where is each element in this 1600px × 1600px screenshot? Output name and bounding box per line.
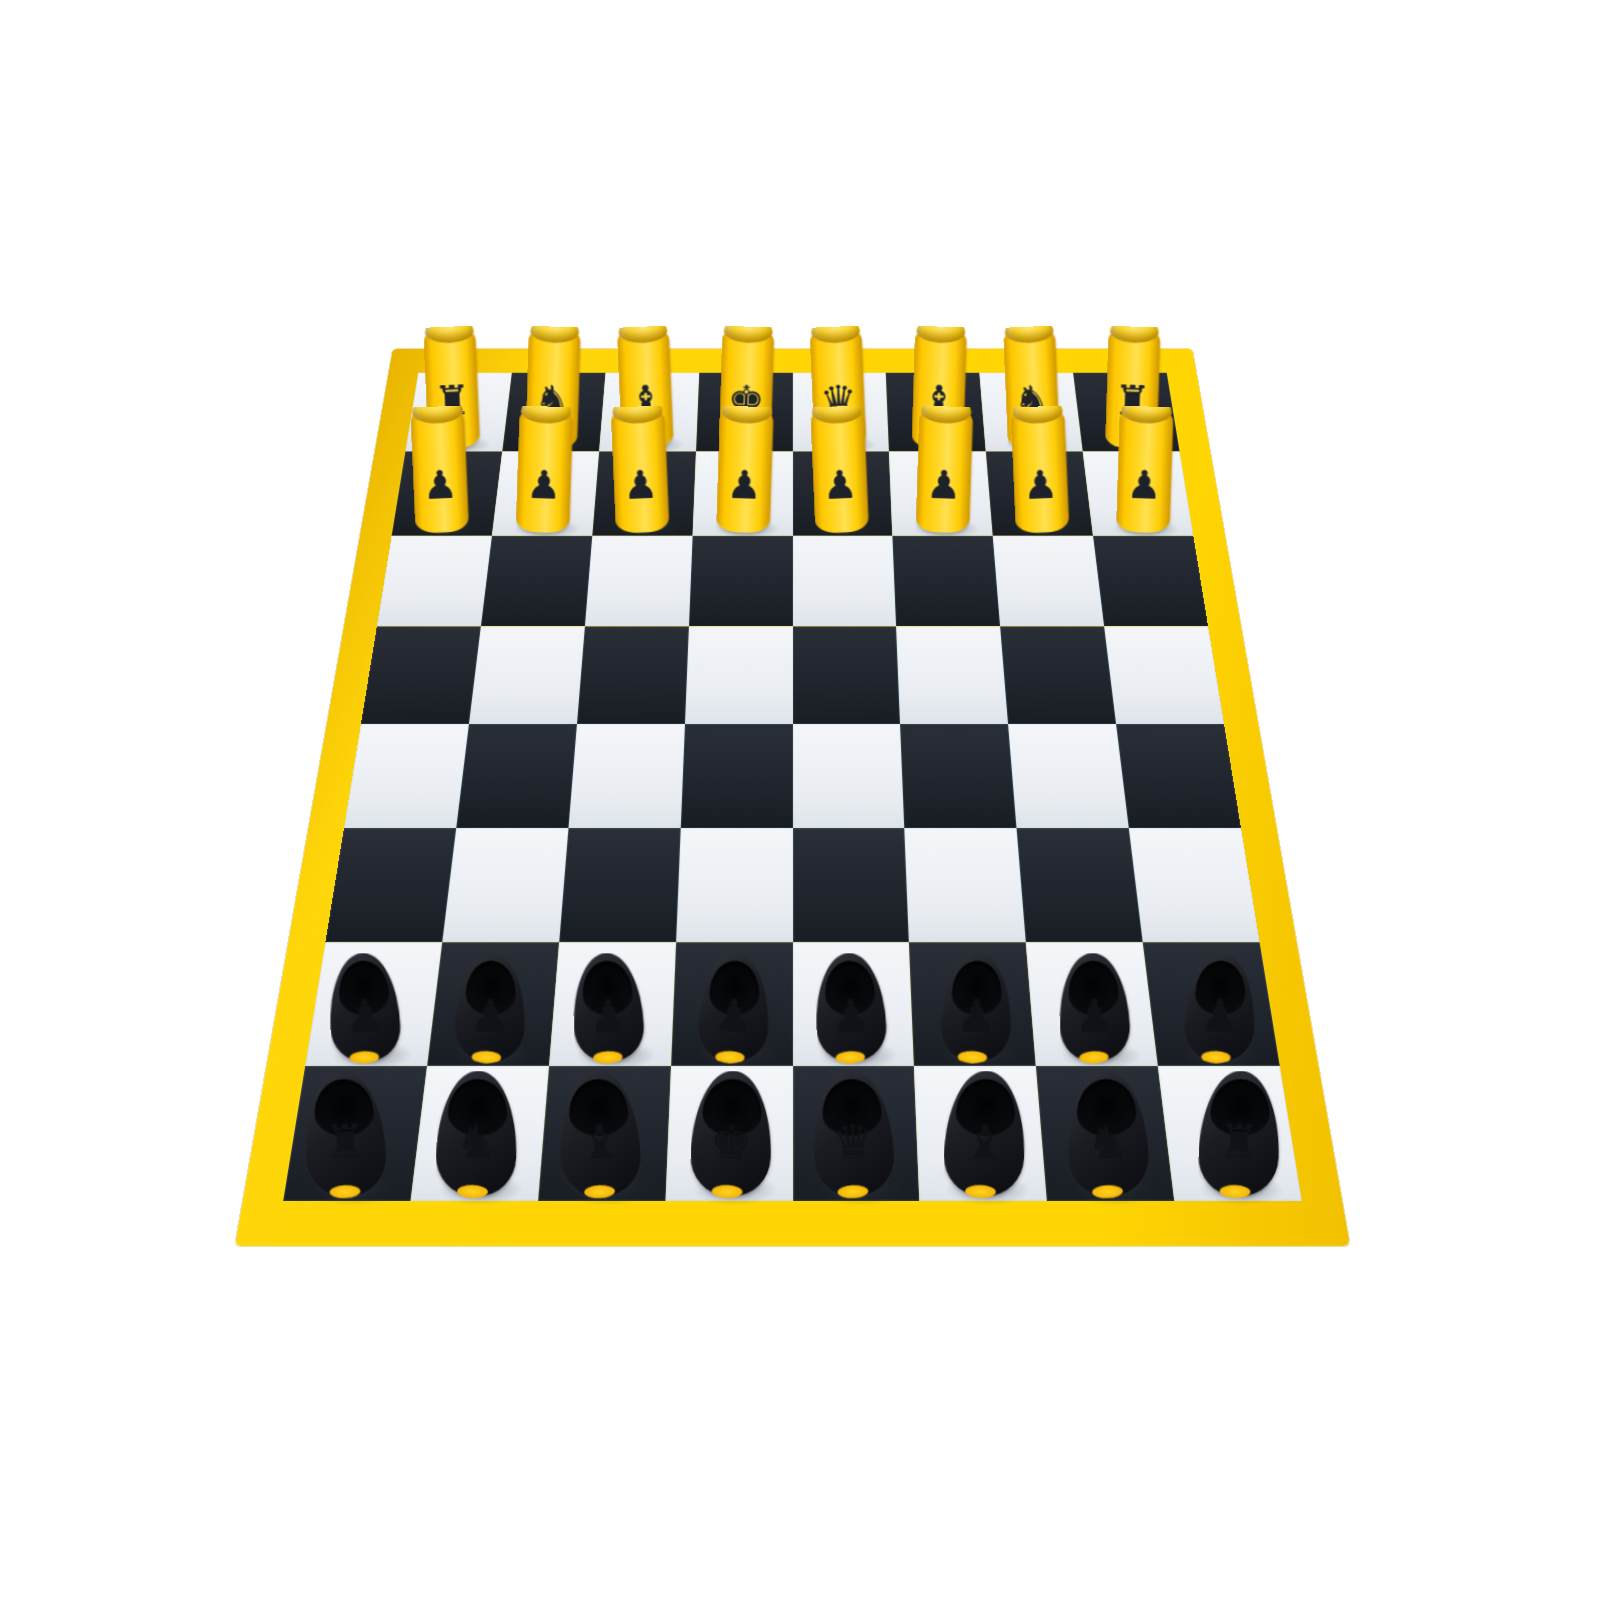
square-d6[interactable] (793, 829, 910, 943)
black-knight-glyph: ♞ (455, 1118, 499, 1166)
square-c6[interactable] (905, 829, 1026, 943)
piece-f2-white-pawn[interactable]: ♟ (610, 405, 669, 533)
square-b7[interactable]: ♟ (1026, 942, 1158, 1066)
square-h7[interactable]: ♟ (305, 942, 442, 1066)
square-f7[interactable]: ♟ (549, 942, 676, 1066)
white-pawn-glyph: ♟ (622, 465, 659, 505)
square-d2[interactable]: ♟ (793, 451, 893, 535)
piece-a7-black-pawn[interactable]: ♟ (1183, 952, 1256, 1062)
piece-d8-black-queen[interactable]: ♛ (811, 1069, 896, 1197)
square-g6[interactable] (442, 829, 568, 943)
square-e5[interactable] (680, 724, 792, 829)
square-h8[interactable]: ♜ (283, 1066, 427, 1201)
square-a8[interactable]: ♜ (1158, 1066, 1302, 1201)
square-g3[interactable] (481, 536, 592, 626)
piece-b2-white-pawn[interactable]: ♟ (1011, 405, 1070, 533)
square-g4[interactable] (469, 626, 585, 723)
square-a6[interactable] (1129, 829, 1260, 943)
square-g5[interactable] (456, 724, 577, 829)
piece-h8-black-rook[interactable]: ♜ (302, 1069, 387, 1197)
square-g2[interactable]: ♟ (492, 451, 599, 535)
square-h3[interactable] (377, 536, 492, 626)
square-a3[interactable] (1093, 536, 1208, 626)
black-bishop-glyph: ♝ (577, 1117, 621, 1166)
square-d7[interactable]: ♟ (793, 942, 915, 1066)
white-pawn-glyph: ♟ (1022, 465, 1059, 505)
square-b3[interactable] (993, 536, 1104, 626)
black-pawn-glyph: ♟ (1199, 994, 1241, 1040)
black-pawn-glyph: ♟ (344, 993, 386, 1040)
black-pawn-glyph: ♟ (955, 994, 997, 1040)
black-knight-glyph: ♞ (1086, 1117, 1130, 1166)
chess-board: ♜♞♝♚♛♝♞♜♟♟♟♟♟♟♟♟♟♟♟♟♟♟♟♟♜♞♝♚♛♝♞♜ (283, 373, 1302, 1201)
square-a7[interactable]: ♟ (1143, 942, 1280, 1066)
piece-e2-white-pawn[interactable]: ♟ (716, 405, 774, 533)
square-e3[interactable] (689, 536, 793, 626)
piece-f8-black-bishop[interactable]: ♝ (557, 1069, 642, 1197)
square-f8[interactable]: ♝ (538, 1066, 671, 1201)
piece-h2-white-pawn[interactable]: ♟ (410, 405, 469, 533)
square-c7[interactable]: ♟ (909, 942, 1036, 1066)
square-f6[interactable] (559, 829, 680, 943)
piece-g7-black-pawn[interactable]: ♟ (453, 952, 526, 1062)
black-pawn-glyph: ♟ (469, 994, 511, 1040)
white-pawn-glyph: ♟ (822, 465, 859, 505)
square-b2[interactable]: ♟ (986, 451, 1093, 535)
square-d4[interactable] (793, 626, 901, 723)
piece-f7-black-pawn[interactable]: ♟ (571, 952, 645, 1063)
piece-g2-white-pawn[interactable]: ♟ (515, 405, 573, 533)
square-d8[interactable]: ♛ (793, 1066, 920, 1201)
black-rook-glyph: ♜ (323, 1117, 367, 1166)
black-rook-glyph: ♜ (1217, 1118, 1261, 1166)
piece-b7-black-pawn[interactable]: ♟ (1057, 952, 1131, 1063)
square-c8[interactable]: ♝ (914, 1066, 1047, 1201)
square-e2[interactable]: ♟ (692, 451, 792, 535)
square-e4[interactable] (685, 626, 793, 723)
square-e8[interactable]: ♚ (665, 1066, 792, 1201)
piece-g8-black-knight[interactable]: ♞ (435, 1070, 519, 1197)
chess-mat-scene: ♜♞♝♚♛♝♞♜♟♟♟♟♟♟♟♟♟♟♟♟♟♟♟♟♜♞♝♚♛♝♞♜ (327, 258, 1258, 1189)
black-bishop-glyph: ♝ (963, 1118, 1007, 1166)
white-pawn-glyph: ♟ (926, 465, 962, 505)
square-a5[interactable] (1116, 724, 1241, 829)
piece-h7-black-pawn[interactable]: ♟ (327, 952, 401, 1063)
piece-e8-black-king[interactable]: ♚ (689, 1070, 773, 1197)
piece-d2-white-pawn[interactable]: ♟ (810, 405, 869, 533)
white-pawn-glyph: ♟ (1126, 465, 1162, 505)
black-pawn-glyph: ♟ (830, 993, 872, 1040)
square-b4[interactable] (1000, 626, 1116, 723)
square-e6[interactable] (676, 829, 793, 943)
piece-c2-white-pawn[interactable]: ♟ (916, 405, 974, 533)
piece-a8-black-rook[interactable]: ♜ (1197, 1070, 1281, 1197)
black-pawn-glyph: ♟ (587, 993, 629, 1040)
square-c5[interactable] (900, 724, 1016, 829)
square-h6[interactable] (325, 829, 456, 943)
piece-e7-black-pawn[interactable]: ♟ (697, 952, 770, 1062)
piece-c7-black-pawn[interactable]: ♟ (940, 952, 1013, 1062)
square-f4[interactable] (577, 626, 689, 723)
square-h5[interactable] (344, 724, 469, 829)
square-c3[interactable] (893, 536, 1001, 626)
black-pawn-glyph: ♟ (712, 994, 754, 1040)
chess-mat: ♜♞♝♚♛♝♞♜♟♟♟♟♟♟♟♟♟♟♟♟♟♟♟♟♜♞♝♚♛♝♞♜ (235, 349, 1350, 1246)
black-queen-glyph: ♛ (832, 1117, 876, 1166)
square-c4[interactable] (896, 626, 1008, 723)
white-pawn-glyph: ♟ (526, 465, 562, 505)
black-king-glyph: ♚ (709, 1118, 753, 1166)
square-e7[interactable]: ♟ (671, 942, 793, 1066)
square-f3[interactable] (585, 536, 693, 626)
square-c2[interactable]: ♟ (889, 451, 993, 535)
square-a2[interactable]: ♟ (1083, 451, 1194, 535)
square-h4[interactable] (361, 626, 481, 723)
square-f2[interactable]: ♟ (592, 451, 696, 535)
piece-a2-white-pawn[interactable]: ♟ (1116, 405, 1174, 533)
square-b6[interactable] (1017, 829, 1143, 943)
square-d5[interactable] (793, 724, 905, 829)
square-b5[interactable] (1008, 724, 1129, 829)
square-g8[interactable]: ♞ (410, 1066, 548, 1201)
white-pawn-glyph: ♟ (422, 465, 459, 505)
black-pawn-glyph: ♟ (1074, 993, 1116, 1040)
square-a4[interactable] (1104, 626, 1224, 723)
piece-b8-black-knight[interactable]: ♞ (1065, 1069, 1150, 1197)
square-h2[interactable]: ♟ (392, 451, 503, 535)
square-d3[interactable] (793, 536, 897, 626)
square-f5[interactable] (568, 724, 684, 829)
square-g7[interactable]: ♟ (427, 942, 559, 1066)
piece-c8-black-bishop[interactable]: ♝ (943, 1070, 1027, 1197)
white-pawn-glyph: ♟ (726, 465, 762, 505)
square-b8[interactable]: ♞ (1036, 1066, 1174, 1201)
piece-d7-black-pawn[interactable]: ♟ (814, 952, 888, 1063)
